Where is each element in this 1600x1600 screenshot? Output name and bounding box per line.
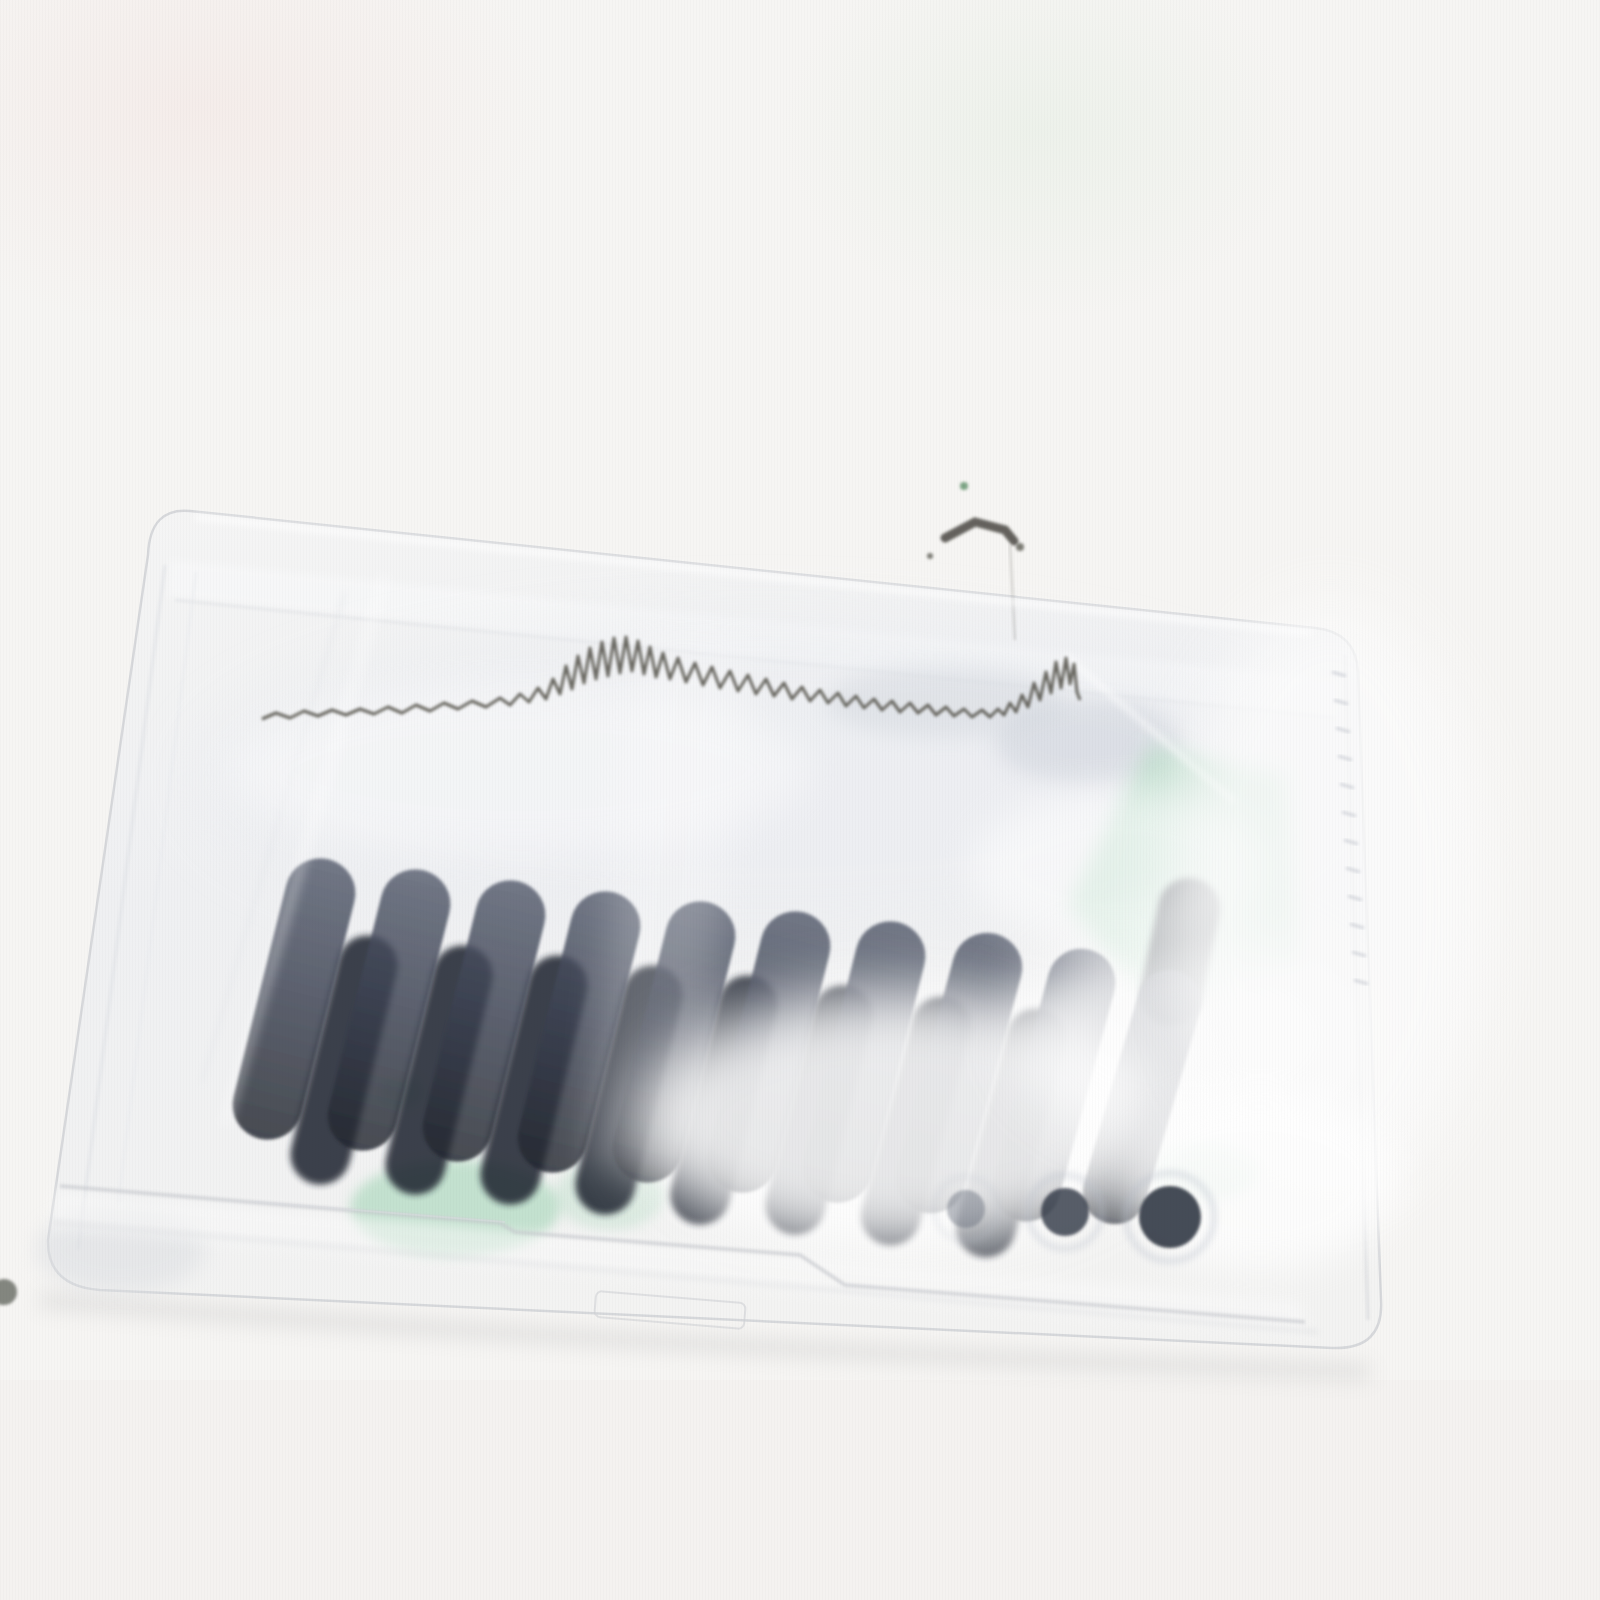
pin-end-circle — [1139, 1186, 1201, 1248]
backdrop-green-tint — [780, 0, 1300, 320]
bag-sheen — [230, 685, 810, 855]
backdrop-warm-tint — [0, 0, 550, 330]
photo-scene — [0, 0, 1600, 1600]
speck — [1016, 543, 1024, 551]
product-photo — [0, 0, 1600, 1600]
backdrop-lower — [0, 1380, 1600, 1600]
speck — [960, 482, 968, 490]
pin-end-circle — [947, 1190, 985, 1228]
speck — [927, 553, 933, 559]
pin-end-circle — [1041, 1188, 1089, 1236]
